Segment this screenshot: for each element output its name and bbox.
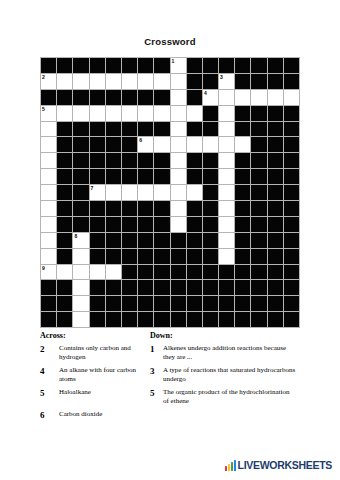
block-cell [138, 122, 153, 137]
clue-item-text: Contains only carbon and hydrogen [59, 344, 149, 363]
clue-number-9: 9 [42, 265, 45, 271]
grid-cell[interactable] [187, 185, 202, 200]
clue-number-3: 3 [220, 74, 223, 80]
grid-cell[interactable] [219, 217, 234, 232]
block-cell [171, 296, 186, 311]
grid-cell[interactable] [268, 90, 283, 105]
block-cell [73, 185, 88, 200]
clue-item-text: A type of reactions that saturated hydro… [163, 366, 339, 385]
grid-cell[interactable] [171, 90, 186, 105]
block-cell [57, 249, 72, 264]
grid-cell[interactable] [122, 106, 137, 121]
across-header: Across: [40, 331, 150, 340]
block-cell [171, 249, 186, 264]
grid-cell[interactable] [187, 106, 202, 121]
block-cell [235, 233, 250, 248]
block-cell [57, 122, 72, 137]
clue-item: 4An alkane with four carbon atoms [40, 366, 150, 385]
block-cell [154, 122, 169, 137]
block-cell [171, 265, 186, 280]
block-cell [284, 58, 299, 73]
clue-item-number: 3 [150, 366, 163, 385]
clue-number-5: 5 [42, 106, 45, 112]
grid-cell[interactable] [171, 169, 186, 184]
block-cell [235, 169, 250, 184]
block-cell [122, 312, 137, 327]
block-cell [138, 153, 153, 168]
block-cell [41, 90, 56, 105]
clue-number-8: 8 [74, 233, 77, 239]
block-cell [41, 58, 56, 73]
across-clues: Across: 2Contains only carbon and hydrog… [40, 331, 150, 432]
block-cell [284, 106, 299, 121]
block-cell [235, 185, 250, 200]
block-cell [284, 312, 299, 327]
block-cell [235, 74, 250, 89]
clue-item-text: Haloalkane [59, 388, 149, 407]
grid-cell[interactable] [171, 122, 186, 137]
block-cell [268, 217, 283, 232]
block-cell [251, 185, 266, 200]
liveworksheets-logo-icon [225, 460, 236, 471]
block-cell [138, 58, 153, 73]
block-cell [251, 296, 266, 311]
grid-cell[interactable] [57, 74, 72, 89]
block-cell [187, 217, 202, 232]
grid-cell[interactable] [106, 265, 121, 280]
block-cell [203, 58, 218, 73]
clue-item-text: An alkane with four carbon atoms [59, 366, 149, 385]
grid-cell[interactable]: 5 [41, 106, 56, 121]
grid-cell[interactable] [235, 137, 250, 152]
block-cell [219, 265, 234, 280]
clue-item: 3A type of reactions that saturated hydr… [150, 366, 340, 385]
block-cell [187, 122, 202, 137]
block-cell [90, 90, 105, 105]
block-cell [138, 217, 153, 232]
block-cell [203, 217, 218, 232]
block-cell [106, 201, 121, 216]
clue-item-text: Carbon dioxide [59, 410, 149, 429]
block-cell [187, 249, 202, 264]
grid-cell[interactable]: 9 [41, 265, 56, 280]
liveworksheets-footer[interactable]: LIVEWORKSHEETS [225, 459, 332, 471]
grid-cell[interactable] [73, 106, 88, 121]
block-cell [235, 153, 250, 168]
block-cell [171, 233, 186, 248]
block-cell [203, 169, 218, 184]
block-cell [235, 58, 250, 73]
block-cell [187, 201, 202, 216]
block-cell [251, 217, 266, 232]
grid-cell[interactable] [171, 137, 186, 152]
block-cell [284, 296, 299, 311]
block-cell [154, 265, 169, 280]
down-clues: Down: 1Alkenes undergo addition reaction… [150, 331, 340, 410]
block-cell [41, 280, 56, 295]
block-cell [90, 249, 105, 264]
clue-item: 6Carbon dioxide [40, 410, 150, 429]
grid-cell[interactable] [41, 185, 56, 200]
block-cell [187, 58, 202, 73]
clue-item-text: The organic product of the hydrochlorina… [163, 388, 339, 407]
grid-cell[interactable] [106, 185, 121, 200]
block-cell [122, 137, 137, 152]
grid-cell[interactable] [154, 137, 169, 152]
grid-cell[interactable] [219, 201, 234, 216]
block-cell [106, 249, 121, 264]
grid-cell[interactable]: 2 [41, 74, 56, 89]
grid-cell[interactable]: 3 [219, 74, 234, 89]
block-cell [57, 137, 72, 152]
block-cell [73, 153, 88, 168]
block-cell [203, 201, 218, 216]
block-cell [203, 153, 218, 168]
block-cell [73, 169, 88, 184]
grid-cell[interactable] [41, 169, 56, 184]
block-cell [138, 265, 153, 280]
block-cell [106, 153, 121, 168]
worksheet-page: Crossword 123456789 Across: 2Contains on… [0, 0, 340, 480]
block-cell [203, 74, 218, 89]
block-cell [90, 233, 105, 248]
block-cell [187, 265, 202, 280]
block-cell [203, 280, 218, 295]
block-cell [203, 106, 218, 121]
grid-cell[interactable]: 7 [90, 185, 105, 200]
block-cell [138, 90, 153, 105]
block-cell [57, 153, 72, 168]
block-cell [235, 249, 250, 264]
block-cell [187, 74, 202, 89]
block-cell [138, 296, 153, 311]
grid-cell[interactable] [90, 265, 105, 280]
block-cell [284, 233, 299, 248]
block-cell [187, 312, 202, 327]
grid-cell[interactable]: 1 [171, 58, 186, 73]
block-cell [203, 233, 218, 248]
block-cell [251, 201, 266, 216]
block-cell [106, 312, 121, 327]
block-cell [268, 233, 283, 248]
block-cell [57, 233, 72, 248]
block-cell [122, 233, 137, 248]
grid-cell[interactable] [171, 106, 186, 121]
grid-cell[interactable] [41, 153, 56, 168]
grid-cell[interactable] [219, 122, 234, 137]
block-cell [171, 312, 186, 327]
block-cell [106, 90, 121, 105]
block-cell [187, 233, 202, 248]
block-cell [90, 296, 105, 311]
block-cell [171, 280, 186, 295]
block-cell [154, 201, 169, 216]
block-cell [268, 169, 283, 184]
block-cell [154, 233, 169, 248]
block-cell [235, 265, 250, 280]
block-cell [73, 122, 88, 137]
grid-cell[interactable] [122, 74, 137, 89]
block-cell [203, 296, 218, 311]
block-cell [268, 153, 283, 168]
grid-cell[interactable] [219, 106, 234, 121]
grid-cell[interactable] [219, 137, 234, 152]
block-cell [251, 169, 266, 184]
grid-cell[interactable] [138, 106, 153, 121]
grid-cell[interactable] [57, 265, 72, 280]
block-cell [187, 280, 202, 295]
block-cell [268, 106, 283, 121]
block-cell [90, 217, 105, 232]
block-cell [138, 312, 153, 327]
block-cell [251, 312, 266, 327]
block-cell [284, 122, 299, 137]
block-cell [284, 265, 299, 280]
block-cell [203, 122, 218, 137]
block-cell [284, 153, 299, 168]
grid-cell[interactable] [73, 280, 88, 295]
block-cell [154, 58, 169, 73]
clue-number-6: 6 [139, 137, 142, 143]
block-cell [251, 122, 266, 137]
clue-item: 1Alkenes undergo addition reactions beca… [150, 344, 340, 363]
grid-cell[interactable] [73, 296, 88, 311]
block-cell [106, 217, 121, 232]
block-cell [57, 90, 72, 105]
grid-cell[interactable] [73, 249, 88, 264]
grid-cell[interactable] [41, 217, 56, 232]
grid-cell[interactable] [106, 74, 121, 89]
grid-cell[interactable] [138, 74, 153, 89]
block-cell [138, 280, 153, 295]
block-cell [235, 217, 250, 232]
block-cell [57, 280, 72, 295]
block-cell [187, 169, 202, 184]
block-cell [57, 58, 72, 73]
grid-cell[interactable]: 6 [138, 137, 153, 152]
block-cell [138, 249, 153, 264]
block-cell [251, 74, 266, 89]
block-cell [284, 217, 299, 232]
block-cell [219, 312, 234, 327]
block-cell [106, 137, 121, 152]
block-cell [251, 265, 266, 280]
block-cell [106, 296, 121, 311]
block-cell [251, 280, 266, 295]
block-cell [57, 312, 72, 327]
grid-cell[interactable] [187, 137, 202, 152]
block-cell [268, 58, 283, 73]
block-cell [73, 90, 88, 105]
block-cell [122, 280, 137, 295]
block-cell [122, 169, 137, 184]
clue-number-1: 1 [172, 58, 175, 64]
block-cell [154, 280, 169, 295]
grid-cell[interactable] [171, 217, 186, 232]
clue-item-text: Alkenes undergo addition reactions becau… [163, 344, 339, 363]
clue-item-number: 4 [40, 366, 59, 385]
block-cell [57, 185, 72, 200]
block-cell [138, 201, 153, 216]
clue-item-number: 1 [150, 344, 163, 363]
block-cell [284, 169, 299, 184]
block-cell [268, 280, 283, 295]
block-cell [268, 249, 283, 264]
block-cell [73, 137, 88, 152]
grid-cell[interactable] [219, 90, 234, 105]
grid-cell[interactable] [41, 137, 56, 152]
grid-cell[interactable] [154, 74, 169, 89]
block-cell [284, 201, 299, 216]
block-cell [138, 233, 153, 248]
grid-cell[interactable]: 8 [73, 233, 88, 248]
block-cell [73, 217, 88, 232]
grid-cell[interactable] [41, 122, 56, 137]
block-cell [154, 217, 169, 232]
clue-number-2: 2 [42, 74, 45, 80]
block-cell [41, 312, 56, 327]
block-cell [268, 74, 283, 89]
block-cell [251, 137, 266, 152]
block-cell [57, 296, 72, 311]
block-cell [122, 265, 137, 280]
block-cell [122, 90, 137, 105]
block-cell [219, 58, 234, 73]
block-cell [284, 280, 299, 295]
grid-cell[interactable] [73, 265, 88, 280]
block-cell [154, 169, 169, 184]
page-title: Crossword [0, 36, 340, 47]
block-cell [203, 312, 218, 327]
block-cell [268, 137, 283, 152]
grid-cell[interactable] [90, 106, 105, 121]
grid-cell[interactable] [154, 106, 169, 121]
block-cell [268, 185, 283, 200]
block-cell [268, 296, 283, 311]
block-cell [284, 249, 299, 264]
block-cell [251, 233, 266, 248]
block-cell [235, 296, 250, 311]
grid-cell[interactable]: 4 [203, 90, 218, 105]
block-cell [57, 201, 72, 216]
block-cell [90, 312, 105, 327]
block-cell [284, 185, 299, 200]
block-cell [122, 201, 137, 216]
block-cell [106, 122, 121, 137]
clue-item: 2Contains only carbon and hydrogen [40, 344, 150, 363]
block-cell [203, 185, 218, 200]
grid-cell[interactable] [203, 137, 218, 152]
across-clue-list: 2Contains only carbon and hydrogen4An al… [40, 344, 150, 429]
block-cell [235, 201, 250, 216]
block-cell [57, 217, 72, 232]
block-cell [219, 280, 234, 295]
grid-cell[interactable] [219, 185, 234, 200]
block-cell [284, 74, 299, 89]
block-cell [235, 312, 250, 327]
grid-cell[interactable] [57, 106, 72, 121]
grid-cell[interactable] [284, 90, 299, 105]
clue-item-number: 5 [150, 388, 163, 407]
grid-cell[interactable] [219, 233, 234, 248]
block-cell [90, 280, 105, 295]
grid-cell[interactable] [251, 90, 266, 105]
block-cell [122, 122, 137, 137]
grid-cell[interactable] [219, 153, 234, 168]
block-cell [122, 58, 137, 73]
grid-cell[interactable] [171, 74, 186, 89]
block-cell [90, 137, 105, 152]
grid-cell[interactable] [106, 106, 121, 121]
grid-cell[interactable] [90, 74, 105, 89]
block-cell [154, 153, 169, 168]
grid-cell[interactable] [171, 185, 186, 200]
block-cell [268, 265, 283, 280]
block-cell [90, 201, 105, 216]
grid-cell[interactable] [122, 185, 137, 200]
block-cell [106, 169, 121, 184]
block-cell [154, 296, 169, 311]
block-cell [235, 106, 250, 121]
liveworksheets-brand-text[interactable]: LIVEWORKSHEETS [238, 459, 332, 471]
block-cell [219, 296, 234, 311]
block-cell [41, 296, 56, 311]
clue-number-7: 7 [91, 185, 94, 191]
clue-item-number: 5 [40, 388, 59, 407]
block-cell [268, 312, 283, 327]
block-cell [138, 169, 153, 184]
block-cell [251, 249, 266, 264]
block-cell [106, 233, 121, 248]
clue-number-4: 4 [204, 90, 207, 96]
grid-cell[interactable] [154, 185, 169, 200]
grid-cell[interactable] [41, 201, 56, 216]
block-cell [284, 137, 299, 152]
crossword-grid[interactable]: 123456789 [40, 57, 300, 328]
block-cell [251, 58, 266, 73]
clue-item-number: 2 [40, 344, 59, 363]
block-cell [235, 280, 250, 295]
block-cell [90, 169, 105, 184]
block-cell [154, 249, 169, 264]
block-cell [187, 153, 202, 168]
block-cell [73, 201, 88, 216]
clue-item-number: 6 [40, 410, 59, 429]
block-cell [90, 153, 105, 168]
block-cell [90, 58, 105, 73]
block-cell [235, 122, 250, 137]
clue-item: 5The organic product of the hydrochlorin… [150, 388, 340, 407]
grid-cell[interactable] [235, 90, 250, 105]
block-cell [122, 153, 137, 168]
grid-cell[interactable] [171, 201, 186, 216]
grid-cell[interactable] [219, 249, 234, 264]
block-cell [203, 249, 218, 264]
grid-cell[interactable] [138, 185, 153, 200]
grid-cell[interactable] [73, 74, 88, 89]
block-cell [90, 122, 105, 137]
grid-cell[interactable] [41, 249, 56, 264]
block-cell [73, 58, 88, 73]
block-cell [187, 90, 202, 105]
grid-cell[interactable] [171, 153, 186, 168]
grid-cell[interactable] [219, 169, 234, 184]
grid-cell[interactable] [41, 233, 56, 248]
block-cell [268, 201, 283, 216]
block-cell [268, 122, 283, 137]
grid-cell[interactable] [73, 312, 88, 327]
block-cell [106, 58, 121, 73]
